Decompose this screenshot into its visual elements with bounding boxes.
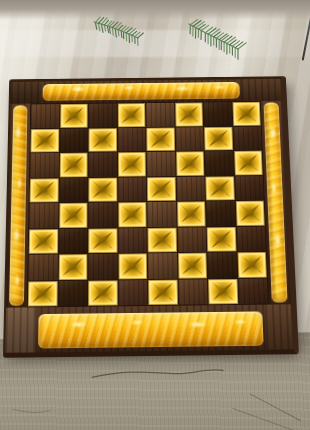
resin-dimple xyxy=(208,130,228,147)
resin-dimple xyxy=(93,131,113,148)
square-d1[interactable] xyxy=(118,280,147,306)
resin-dimple xyxy=(122,107,142,124)
square-e7[interactable] xyxy=(146,127,174,151)
corner-block-top-right xyxy=(241,79,281,101)
resin-dimple xyxy=(241,256,262,274)
square-d5[interactable] xyxy=(118,177,147,202)
square-a4[interactable] xyxy=(29,203,58,228)
square-h8[interactable] xyxy=(232,102,261,126)
square-a6[interactable] xyxy=(30,153,59,177)
board-grid xyxy=(27,101,269,308)
resin-dimple xyxy=(180,155,200,172)
resin-dimple xyxy=(122,257,142,275)
top-resin-inlay xyxy=(43,82,240,101)
resin-dimple xyxy=(238,154,258,171)
resin-dimple xyxy=(179,106,199,123)
square-h4[interactable] xyxy=(235,201,264,226)
resin-dimple xyxy=(33,232,53,250)
square-h3[interactable] xyxy=(236,226,266,251)
board-bottom-rail xyxy=(5,304,293,353)
square-f8[interactable] xyxy=(175,102,203,126)
resin-dimple xyxy=(152,231,172,249)
square-b3[interactable] xyxy=(58,228,87,253)
square-d6[interactable] xyxy=(118,152,146,176)
square-b1[interactable] xyxy=(58,280,87,306)
sprigs-layer xyxy=(0,0,310,70)
square-d4[interactable] xyxy=(118,202,147,227)
square-h6[interactable] xyxy=(234,151,263,175)
left-resin-inlay xyxy=(9,105,27,305)
square-b8[interactable] xyxy=(60,104,88,128)
square-a2[interactable] xyxy=(28,254,57,280)
square-g8[interactable] xyxy=(203,102,232,126)
square-a5[interactable] xyxy=(30,178,59,203)
resin-dimple xyxy=(122,206,142,223)
square-e2[interactable] xyxy=(148,253,177,279)
square-c5[interactable] xyxy=(88,177,116,202)
square-g4[interactable] xyxy=(206,201,235,226)
square-a7[interactable] xyxy=(30,128,58,152)
square-d2[interactable] xyxy=(118,253,147,279)
square-e6[interactable] xyxy=(147,152,176,176)
square-b2[interactable] xyxy=(58,254,87,280)
square-c2[interactable] xyxy=(88,254,117,280)
rosemary-sprig-right xyxy=(189,20,246,60)
photo-scene xyxy=(0,0,310,430)
square-c6[interactable] xyxy=(88,152,116,176)
square-g7[interactable] xyxy=(204,126,233,150)
square-f4[interactable] xyxy=(177,201,206,226)
square-b7[interactable] xyxy=(59,128,87,152)
square-f5[interactable] xyxy=(176,176,205,201)
chess-board xyxy=(3,76,299,358)
corner-block-top-left xyxy=(11,82,41,104)
square-f7[interactable] xyxy=(175,127,204,151)
square-f3[interactable] xyxy=(177,227,206,252)
resin-dimple xyxy=(64,156,84,173)
square-d8[interactable] xyxy=(117,103,145,127)
corner-block-bottom-left xyxy=(5,307,36,352)
square-a3[interactable] xyxy=(29,229,58,254)
resin-dimple xyxy=(212,282,233,300)
square-f2[interactable] xyxy=(178,253,207,279)
square-h7[interactable] xyxy=(233,126,262,150)
bottom-resin-inlay xyxy=(38,311,264,348)
square-c1[interactable] xyxy=(88,280,117,306)
square-c7[interactable] xyxy=(89,128,117,152)
resin-dimple xyxy=(32,284,53,302)
square-c3[interactable] xyxy=(88,228,117,253)
resin-dimple xyxy=(181,205,201,222)
square-f1[interactable] xyxy=(178,279,208,305)
square-c4[interactable] xyxy=(88,202,117,227)
resin-dimple xyxy=(210,180,230,197)
resin-dimple xyxy=(236,105,256,122)
square-b6[interactable] xyxy=(59,153,87,177)
square-e4[interactable] xyxy=(147,202,176,227)
right-resin-inlay xyxy=(264,102,288,302)
square-g6[interactable] xyxy=(205,151,234,175)
square-h1[interactable] xyxy=(238,278,268,304)
square-g5[interactable] xyxy=(205,176,234,201)
square-e5[interactable] xyxy=(147,177,176,202)
square-g1[interactable] xyxy=(208,278,238,304)
resin-dimple xyxy=(63,206,83,223)
square-d7[interactable] xyxy=(117,127,145,151)
resin-dimple xyxy=(93,181,113,198)
square-e3[interactable] xyxy=(147,227,176,252)
rosemary-sprig-left xyxy=(94,17,143,45)
resin-dimple xyxy=(122,156,142,173)
resin-dimple xyxy=(152,283,173,301)
square-c8[interactable] xyxy=(89,103,117,127)
resin-dimple xyxy=(182,256,203,274)
resin-dimple xyxy=(35,132,55,149)
resin-dimple xyxy=(92,284,112,302)
resin-dimple xyxy=(151,131,171,148)
resin-dimple xyxy=(211,230,232,248)
square-h2[interactable] xyxy=(237,252,267,278)
resin-dimple xyxy=(240,204,261,221)
square-d3[interactable] xyxy=(118,228,147,253)
resin-dimple xyxy=(64,107,84,124)
square-g3[interactable] xyxy=(207,227,236,252)
square-b4[interactable] xyxy=(59,203,88,228)
square-b5[interactable] xyxy=(59,178,87,203)
board-middle xyxy=(6,101,291,308)
resin-dimple xyxy=(93,232,113,250)
square-h5[interactable] xyxy=(234,176,263,201)
square-a1[interactable] xyxy=(28,281,57,307)
resin-dimple xyxy=(34,182,54,199)
board-top-rail xyxy=(11,79,282,104)
resin-dimple xyxy=(151,180,171,197)
corner-block-bottom-right xyxy=(265,304,293,349)
square-e1[interactable] xyxy=(148,279,177,305)
square-g2[interactable] xyxy=(207,252,237,278)
square-f6[interactable] xyxy=(176,151,205,175)
resin-dimple xyxy=(63,258,83,276)
square-e8[interactable] xyxy=(146,103,174,127)
square-a8[interactable] xyxy=(31,104,59,128)
